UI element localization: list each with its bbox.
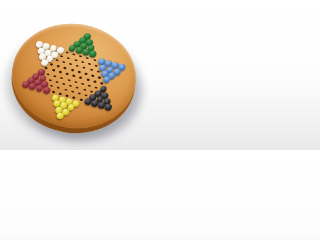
empty-hole <box>69 63 73 66</box>
board-cell <box>56 112 65 119</box>
empty-hole <box>64 67 68 70</box>
empty-hole <box>48 79 52 82</box>
empty-hole <box>58 71 62 74</box>
empty-hole <box>59 92 63 95</box>
empty-hole <box>52 91 56 94</box>
empty-hole <box>79 55 83 58</box>
empty-hole <box>76 65 80 68</box>
empty-hole <box>93 80 97 83</box>
empty-hole <box>50 63 54 66</box>
empty-hole <box>60 77 64 80</box>
empty-hole <box>83 88 87 91</box>
empty-hole <box>86 57 90 60</box>
empty-hole <box>67 57 71 60</box>
empty-hole <box>62 61 66 64</box>
empty-hole <box>55 59 59 62</box>
empty-hole <box>65 51 69 54</box>
empty-hole <box>96 70 100 73</box>
marble-blue[interactable] <box>102 76 111 84</box>
empty-hole <box>93 59 97 62</box>
empty-hole <box>74 81 78 84</box>
empty-hole <box>55 81 59 84</box>
empty-hole <box>81 82 85 85</box>
empty-hole <box>89 69 93 72</box>
empty-hole <box>84 73 88 76</box>
board-row <box>56 112 65 119</box>
empty-hole <box>72 96 76 99</box>
empty-hole <box>64 88 68 91</box>
empty-hole <box>62 83 66 86</box>
empty-hole <box>46 73 50 76</box>
empty-hole <box>67 79 71 82</box>
empty-hole <box>50 85 54 88</box>
empty-hole <box>72 75 76 78</box>
empty-hole <box>57 87 61 90</box>
empty-hole <box>77 71 81 74</box>
empty-hole <box>52 69 56 72</box>
empty-hole <box>95 86 99 89</box>
empty-hole <box>65 73 69 76</box>
empty-hole <box>74 59 78 62</box>
empty-hole <box>88 63 92 66</box>
empty-hole <box>53 75 57 78</box>
empty-hole <box>71 90 75 93</box>
empty-hole <box>82 67 86 70</box>
empty-hole <box>100 82 104 85</box>
empty-hole <box>91 74 95 77</box>
empty-hole <box>84 94 88 97</box>
board-top-face <box>6 17 142 135</box>
empty-hole <box>65 94 69 97</box>
empty-hole <box>95 65 99 68</box>
empty-hole <box>69 85 73 88</box>
empty-hole <box>88 84 92 87</box>
marble-black[interactable] <box>104 103 113 111</box>
photo-scene <box>0 0 149 150</box>
empty-hole <box>81 61 85 64</box>
empty-hole <box>72 53 76 56</box>
empty-hole <box>60 55 64 58</box>
star-grid <box>15 22 133 131</box>
empty-hole <box>70 69 74 72</box>
empty-hole <box>86 78 90 81</box>
empty-hole <box>77 92 81 95</box>
empty-hole <box>79 77 83 80</box>
empty-hole <box>45 67 49 70</box>
empty-hole <box>57 65 61 68</box>
board-cell <box>104 104 113 111</box>
empty-hole <box>76 86 80 89</box>
chinese-checkers-board <box>5 7 143 145</box>
board-cell <box>89 51 98 58</box>
empty-hole <box>98 76 102 79</box>
marble-yellow[interactable] <box>56 112 65 120</box>
board-cell <box>102 76 111 83</box>
empty-hole <box>79 98 83 101</box>
empty-hole <box>90 90 94 93</box>
